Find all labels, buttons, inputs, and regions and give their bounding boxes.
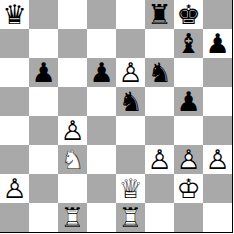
square-c6[interactable] [58, 58, 87, 87]
black-king: ♚ [174, 0, 203, 29]
square-f2[interactable] [145, 174, 174, 203]
square-e6[interactable]: ♟♙ [116, 58, 145, 87]
square-d7[interactable] [87, 29, 116, 58]
square-b6[interactable]: ♟ [29, 58, 58, 87]
white-pawn-outline: ♙ [0, 174, 29, 203]
square-c1[interactable]: ♜♖ [58, 203, 87, 232]
square-f7[interactable] [145, 29, 174, 58]
square-d2[interactable] [87, 174, 116, 203]
square-b4[interactable] [29, 116, 58, 145]
black-pawn-glyph: ♟ [29, 58, 58, 87]
black-knight: ♞ [116, 87, 145, 116]
black-pawn-glyph: ♟ [203, 29, 232, 58]
square-a7[interactable] [0, 29, 29, 58]
white-knight: ♞♘ [58, 145, 87, 174]
white-pawn-outline: ♙ [58, 116, 87, 145]
square-b2[interactable] [29, 174, 58, 203]
square-h3[interactable]: ♟♙ [203, 145, 232, 174]
square-d6[interactable]: ♟ [87, 58, 116, 87]
square-e1[interactable]: ♜♖ [116, 203, 145, 232]
square-c5[interactable] [58, 87, 87, 116]
black-queen-glyph: ♛ [0, 0, 29, 29]
black-bishop: ♝ [174, 29, 203, 58]
square-e3[interactable] [116, 145, 145, 174]
square-h6[interactable] [203, 58, 232, 87]
square-a6[interactable] [0, 58, 29, 87]
chess-diagram: ♛♜♚♝♟♟♟♟♙♞♞♟♟♙♞♘♟♙♟♙♟♙♟♙♛♕♚♔♜♖♜♖ [0, 0, 234, 234]
white-queen-outline: ♕ [116, 174, 145, 203]
black-pawn-glyph: ♟ [87, 58, 116, 87]
chess-board: ♛♜♚♝♟♟♟♟♙♞♞♟♟♙♞♘♟♙♟♙♟♙♟♙♛♕♚♔♜♖♜♖ [0, 0, 233, 233]
square-b8[interactable] [29, 0, 58, 29]
white-pawn: ♟♙ [203, 145, 232, 174]
square-g2[interactable]: ♚♔ [174, 174, 203, 203]
black-bishop-glyph: ♝ [174, 29, 203, 58]
white-king: ♚♔ [174, 174, 203, 203]
square-d4[interactable] [87, 116, 116, 145]
square-a1[interactable] [0, 203, 29, 232]
square-h1[interactable] [203, 203, 232, 232]
black-pawn-glyph: ♟ [174, 87, 203, 116]
square-h5[interactable] [203, 87, 232, 116]
black-knight: ♞ [145, 58, 174, 87]
black-rook-glyph: ♜ [145, 0, 174, 29]
white-pawn: ♟♙ [116, 58, 145, 87]
square-f4[interactable] [145, 116, 174, 145]
square-g8[interactable]: ♚ [174, 0, 203, 29]
black-pawn: ♟ [203, 29, 232, 58]
square-e7[interactable] [116, 29, 145, 58]
square-b1[interactable] [29, 203, 58, 232]
square-g6[interactable] [174, 58, 203, 87]
square-h4[interactable] [203, 116, 232, 145]
square-g3[interactable]: ♟♙ [174, 145, 203, 174]
white-pawn-outline: ♙ [116, 58, 145, 87]
square-a3[interactable] [0, 145, 29, 174]
square-c7[interactable] [58, 29, 87, 58]
square-g7[interactable]: ♝ [174, 29, 203, 58]
square-b5[interactable] [29, 87, 58, 116]
square-c4[interactable]: ♟♙ [58, 116, 87, 145]
square-f5[interactable] [145, 87, 174, 116]
black-pawn: ♟ [174, 87, 203, 116]
square-a2[interactable]: ♟♙ [0, 174, 29, 203]
square-h8[interactable] [203, 0, 232, 29]
square-f6[interactable]: ♞ [145, 58, 174, 87]
white-rook-outline: ♖ [116, 203, 145, 232]
white-queen: ♛♕ [116, 174, 145, 203]
square-c2[interactable] [58, 174, 87, 203]
square-b7[interactable] [29, 29, 58, 58]
white-rook: ♜♖ [116, 203, 145, 232]
white-pawn: ♟♙ [58, 116, 87, 145]
black-knight-glyph: ♞ [116, 87, 145, 116]
square-c3[interactable]: ♞♘ [58, 145, 87, 174]
white-pawn-outline: ♙ [203, 145, 232, 174]
square-d8[interactable] [87, 0, 116, 29]
square-f1[interactable] [145, 203, 174, 232]
white-pawn: ♟♙ [0, 174, 29, 203]
white-pawn-outline: ♙ [174, 145, 203, 174]
white-knight-outline: ♘ [58, 145, 87, 174]
white-king-outline: ♔ [174, 174, 203, 203]
black-knight-glyph: ♞ [145, 58, 174, 87]
square-e5[interactable]: ♞ [116, 87, 145, 116]
black-king-glyph: ♚ [174, 0, 203, 29]
white-pawn: ♟♙ [174, 145, 203, 174]
square-a4[interactable] [0, 116, 29, 145]
square-g1[interactable] [174, 203, 203, 232]
black-rook: ♜ [145, 0, 174, 29]
square-b3[interactable] [29, 145, 58, 174]
white-pawn-outline: ♙ [145, 145, 174, 174]
square-a5[interactable] [0, 87, 29, 116]
white-pawn: ♟♙ [145, 145, 174, 174]
square-g5[interactable]: ♟ [174, 87, 203, 116]
black-pawn: ♟ [29, 58, 58, 87]
square-g4[interactable] [174, 116, 203, 145]
square-e8[interactable] [116, 0, 145, 29]
square-h7[interactable]: ♟ [203, 29, 232, 58]
white-rook-outline: ♖ [58, 203, 87, 232]
square-e4[interactable] [116, 116, 145, 145]
square-c8[interactable] [58, 0, 87, 29]
square-d1[interactable] [87, 203, 116, 232]
square-e2[interactable]: ♛♕ [116, 174, 145, 203]
black-pawn: ♟ [87, 58, 116, 87]
square-a8[interactable]: ♛ [0, 0, 29, 29]
square-d3[interactable] [87, 145, 116, 174]
square-f8[interactable]: ♜ [145, 0, 174, 29]
square-h2[interactable] [203, 174, 232, 203]
white-rook: ♜♖ [58, 203, 87, 232]
square-d5[interactable] [87, 87, 116, 116]
square-f3[interactable]: ♟♙ [145, 145, 174, 174]
black-queen: ♛ [0, 0, 29, 29]
